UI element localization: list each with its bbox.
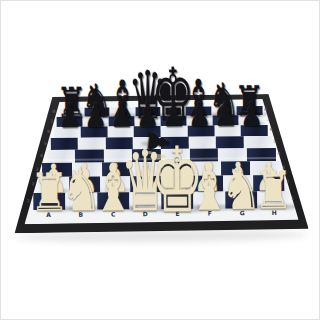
piece-black-pawn-a7[interactable]: ♟	[58, 99, 82, 132]
rank-label-right-5: 5	[273, 139, 276, 144]
piece-black-pawn-b7[interactable]: ♟	[84, 99, 108, 132]
piece-black-pawn-h7[interactable]: ♟	[240, 97, 264, 130]
square-a5[interactable]	[50, 138, 78, 150]
rank-label-right-6: 6	[270, 128, 273, 133]
product-photo: AABBCCDDEEFFGGHH8877665544332211 ♜♞♝♛♚♝♞…	[0, 0, 320, 320]
rank-label-left-5: 5	[44, 141, 47, 146]
rank-label-left-8: 8	[53, 110, 56, 115]
square-b5[interactable]	[78, 137, 106, 149]
piece-black-pawn-g7[interactable]: ♟	[214, 98, 238, 131]
pieces-layer: ♜♞♝♛♚♝♞♜♟♟♟♟♟♟♟♟♟♟♟♟♟♟♟♟♜♞♝♛♚♝♞♜♟	[0, 0, 318, 2]
piece-white-rook-h1[interactable]: ♜	[253, 164, 293, 216]
rank-label-right-7: 7	[267, 118, 270, 123]
coordinate-labels: AABBCCDDEEFFGGHH8877665544332211	[0, 0, 318, 2]
square-h5[interactable]	[244, 136, 272, 148]
chess-board-group: AABBCCDDEEFFGGHH8877665544332211 ♜♞♝♛♚♝♞…	[0, 0, 320, 320]
chess-board	[0, 0, 318, 2]
piece-black-pawn-c7[interactable]: ♟	[110, 98, 134, 131]
rank-label-left-6: 6	[47, 130, 50, 135]
square-g5[interactable]	[216, 136, 244, 148]
rank-label-left-7: 7	[50, 119, 53, 124]
